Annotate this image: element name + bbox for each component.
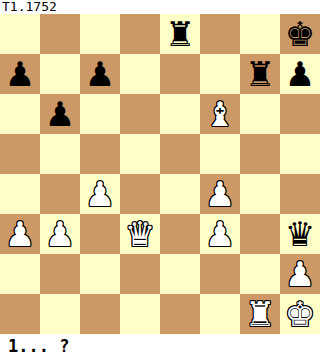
square-b8[interactable] [40, 14, 80, 54]
piece-black-pawn-a7[interactable]: ♟ [0, 54, 40, 94]
square-e1[interactable] [160, 294, 200, 334]
square-g1[interactable]: ♜ [240, 294, 280, 334]
square-h3[interactable]: ♛ [280, 214, 320, 254]
square-c7[interactable]: ♟ [80, 54, 120, 94]
square-g2[interactable] [240, 254, 280, 294]
square-d6[interactable] [120, 94, 160, 134]
square-a8[interactable] [0, 14, 40, 54]
piece-black-pawn-h7[interactable]: ♟ [280, 54, 320, 94]
square-d1[interactable] [120, 294, 160, 334]
square-c8[interactable] [80, 14, 120, 54]
piece-black-rook-e8[interactable]: ♜ [160, 14, 200, 54]
square-d7[interactable] [120, 54, 160, 94]
piece-black-king-h8[interactable]: ♚ [280, 14, 320, 54]
square-f6[interactable]: ♝ [200, 94, 240, 134]
square-c1[interactable] [80, 294, 120, 334]
piece-white-queen-d3[interactable]: ♛ [120, 214, 160, 254]
piece-black-pawn-c7[interactable]: ♟ [80, 54, 120, 94]
square-f8[interactable] [200, 14, 240, 54]
square-h7[interactable]: ♟ [280, 54, 320, 94]
square-e3[interactable] [160, 214, 200, 254]
square-h1[interactable]: ♚ [280, 294, 320, 334]
square-c4[interactable]: ♟ [80, 174, 120, 214]
square-a1[interactable] [0, 294, 40, 334]
chess-board: ♜♚♟♟♜♟♟♝♟♟♟♟♛♟♛♟♜♚ [0, 14, 320, 334]
square-g7[interactable]: ♜ [240, 54, 280, 94]
square-b5[interactable] [40, 134, 80, 174]
piece-white-king-h1[interactable]: ♚ [280, 294, 320, 334]
puzzle-id: T1.1752 [2, 0, 57, 14]
square-c5[interactable] [80, 134, 120, 174]
square-h8[interactable]: ♚ [280, 14, 320, 54]
square-b2[interactable] [40, 254, 80, 294]
square-a4[interactable] [0, 174, 40, 214]
piece-white-pawn-a3[interactable]: ♟ [0, 214, 40, 254]
square-e5[interactable] [160, 134, 200, 174]
square-f2[interactable] [200, 254, 240, 294]
square-d5[interactable] [120, 134, 160, 174]
square-c2[interactable] [80, 254, 120, 294]
square-h6[interactable] [280, 94, 320, 134]
square-g5[interactable] [240, 134, 280, 174]
square-e7[interactable] [160, 54, 200, 94]
piece-black-rook-g7[interactable]: ♜ [240, 54, 280, 94]
square-g6[interactable] [240, 94, 280, 134]
square-d8[interactable] [120, 14, 160, 54]
square-e8[interactable]: ♜ [160, 14, 200, 54]
square-b7[interactable] [40, 54, 80, 94]
square-b3[interactable]: ♟ [40, 214, 80, 254]
square-a5[interactable] [0, 134, 40, 174]
square-g3[interactable] [240, 214, 280, 254]
square-f1[interactable] [200, 294, 240, 334]
piece-white-pawn-b3[interactable]: ♟ [40, 214, 80, 254]
square-b4[interactable] [40, 174, 80, 214]
square-a6[interactable] [0, 94, 40, 134]
piece-white-bishop-f6[interactable]: ♝ [200, 94, 240, 134]
square-h2[interactable]: ♟ [280, 254, 320, 294]
square-d2[interactable] [120, 254, 160, 294]
square-g4[interactable] [240, 174, 280, 214]
square-a2[interactable] [0, 254, 40, 294]
square-c3[interactable] [80, 214, 120, 254]
square-d3[interactable]: ♛ [120, 214, 160, 254]
piece-white-pawn-c4[interactable]: ♟ [80, 174, 120, 214]
square-a3[interactable]: ♟ [0, 214, 40, 254]
square-b1[interactable] [40, 294, 80, 334]
move-prompt: 1... ? [8, 335, 69, 357]
square-b6[interactable]: ♟ [40, 94, 80, 134]
square-f4[interactable]: ♟ [200, 174, 240, 214]
piece-white-rook-g1[interactable]: ♜ [240, 294, 280, 334]
piece-black-pawn-b6[interactable]: ♟ [40, 94, 80, 134]
square-e6[interactable] [160, 94, 200, 134]
square-f7[interactable] [200, 54, 240, 94]
square-g8[interactable] [240, 14, 280, 54]
piece-white-pawn-f4[interactable]: ♟ [200, 174, 240, 214]
square-c6[interactable] [80, 94, 120, 134]
square-d4[interactable] [120, 174, 160, 214]
piece-white-pawn-h2[interactable]: ♟ [280, 254, 320, 294]
square-f3[interactable]: ♟ [200, 214, 240, 254]
piece-white-pawn-f3[interactable]: ♟ [200, 214, 240, 254]
piece-black-queen-h3[interactable]: ♛ [280, 214, 320, 254]
square-e4[interactable] [160, 174, 200, 214]
square-h5[interactable] [280, 134, 320, 174]
square-f5[interactable] [200, 134, 240, 174]
square-e2[interactable] [160, 254, 200, 294]
square-a7[interactable]: ♟ [0, 54, 40, 94]
square-h4[interactable] [280, 174, 320, 214]
